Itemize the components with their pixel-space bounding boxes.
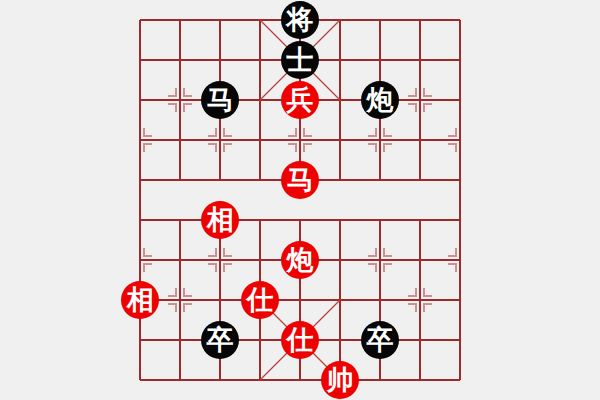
- point-marker: [448, 144, 456, 152]
- piece-black-horse[interactable]: 马: [201, 81, 239, 119]
- point-marker: [368, 144, 376, 152]
- piece-black-cannon[interactable]: 炮: [361, 81, 399, 119]
- point-marker: [208, 144, 216, 152]
- point-marker: [408, 288, 416, 296]
- point-marker: [184, 88, 192, 96]
- point-marker: [384, 128, 392, 136]
- point-marker: [144, 128, 152, 136]
- piece-red-advisor[interactable]: 仕: [241, 281, 279, 319]
- point-marker: [224, 248, 232, 256]
- point-marker: [408, 88, 416, 96]
- point-marker: [304, 144, 312, 152]
- point-marker: [448, 248, 456, 256]
- point-marker: [208, 128, 216, 136]
- piece-black-soldier[interactable]: 卒: [201, 321, 239, 359]
- point-marker: [288, 144, 296, 152]
- point-marker: [184, 104, 192, 112]
- piece-red-elephant[interactable]: 相: [201, 201, 239, 239]
- point-marker: [424, 288, 432, 296]
- point-marker: [168, 288, 176, 296]
- point-marker: [408, 304, 416, 312]
- point-marker: [168, 104, 176, 112]
- point-marker: [424, 104, 432, 112]
- point-marker: [368, 128, 376, 136]
- point-marker: [144, 248, 152, 256]
- point-marker: [224, 144, 232, 152]
- point-marker: [288, 128, 296, 136]
- piece-red-horse[interactable]: 马: [281, 161, 319, 199]
- point-marker: [448, 128, 456, 136]
- point-marker: [368, 264, 376, 272]
- piece-black-general[interactable]: 将: [281, 1, 319, 39]
- piece-black-advisor[interactable]: 士: [281, 41, 319, 79]
- point-marker: [224, 264, 232, 272]
- point-marker: [184, 288, 192, 296]
- point-marker: [208, 248, 216, 256]
- piece-red-soldier[interactable]: 兵: [281, 81, 319, 119]
- point-marker: [304, 128, 312, 136]
- point-marker: [384, 264, 392, 272]
- piece-red-general[interactable]: 帅: [321, 361, 359, 399]
- piece-black-soldier[interactable]: 卒: [361, 321, 399, 359]
- point-marker: [144, 144, 152, 152]
- point-marker: [184, 304, 192, 312]
- point-marker: [368, 248, 376, 256]
- point-marker: [224, 128, 232, 136]
- point-marker: [424, 304, 432, 312]
- point-marker: [408, 104, 416, 112]
- piece-red-advisor[interactable]: 仕: [281, 321, 319, 359]
- point-marker: [168, 304, 176, 312]
- point-marker: [448, 264, 456, 272]
- point-marker: [424, 88, 432, 96]
- point-marker: [168, 88, 176, 96]
- piece-red-elephant[interactable]: 相: [121, 281, 159, 319]
- point-marker: [384, 144, 392, 152]
- xiangqi-board[interactable]: 将士马兵炮马相炮相仕卒仕卒帅: [0, 0, 600, 400]
- point-marker: [144, 264, 152, 272]
- point-marker: [384, 248, 392, 256]
- point-marker: [208, 264, 216, 272]
- piece-red-cannon[interactable]: 炮: [281, 241, 319, 279]
